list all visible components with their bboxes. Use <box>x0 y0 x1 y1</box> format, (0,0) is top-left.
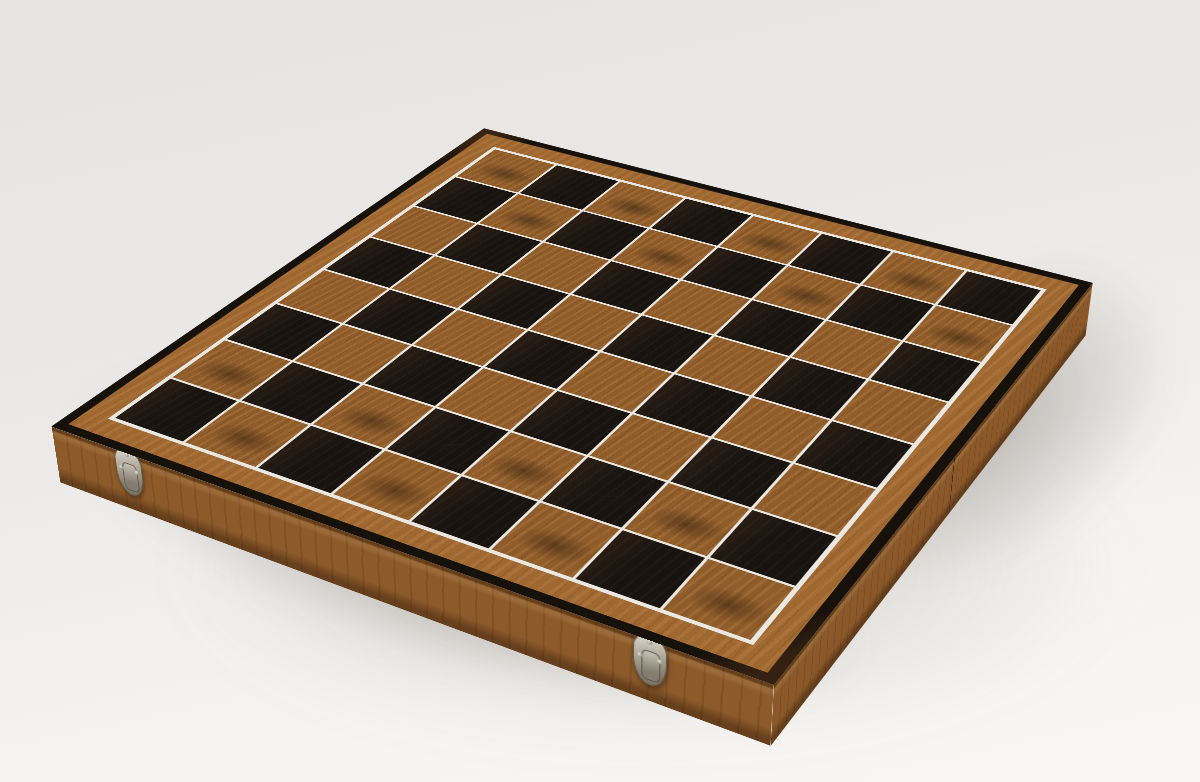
clasp-screw <box>124 452 129 458</box>
piece-contact-shadow <box>644 503 737 550</box>
piece-contact-shadow <box>204 419 292 461</box>
clasp-screw <box>647 638 652 645</box>
square-e4 <box>558 352 672 412</box>
white-queen-glyph: ♛ <box>336 455 449 491</box>
white-bishop-glyph: ♝ <box>268 435 366 465</box>
red-pawn-glyph: ♟ <box>500 207 552 221</box>
white-pawn-glyph: ♟ <box>571 479 629 498</box>
white-pawn-glyph: ♟ <box>492 453 549 472</box>
piece-contact-shadow <box>405 426 493 469</box>
piece-contact-shadow <box>512 523 606 572</box>
red-pawn-glyph: ♟ <box>436 190 488 204</box>
red-pawn-glyph: ♟ <box>774 281 831 297</box>
red-pawn-glyph: ♟ <box>923 321 984 338</box>
red-pawn-glyph: ♟ <box>847 301 906 317</box>
white-rook-glyph: ♜ <box>678 574 769 606</box>
clasp-lever <box>641 648 660 684</box>
box-fold-seam <box>948 456 955 514</box>
white-knight-glyph: ♞ <box>205 416 283 439</box>
red-pawn-glyph: ♟ <box>634 243 688 258</box>
red-knight-glyph: ♞ <box>870 261 948 282</box>
board-playfield: ♜♞♝♛♚♝♞♜♟♟♟♟♟♟♟♟♟♟♟♟♟♟♟♟♜♞♝♛♚♝♞♜ <box>108 147 1047 645</box>
photo-scene: ♜♞♝♛♚♝♞♜♟♟♟♟♟♟♟♟♟♟♟♟♟♟♟♟♜♞♝♛♚♝♞♜ <box>0 0 1200 782</box>
white-rook-glyph: ♜ <box>131 390 217 415</box>
white-pawn-glyph: ♟ <box>738 533 800 554</box>
clasp-lever <box>122 461 140 494</box>
square-g5 <box>754 358 866 419</box>
red-pawn-glyph: ♟ <box>566 225 619 239</box>
white-bishop-glyph: ♝ <box>502 513 601 547</box>
piece-contact-shadow <box>596 551 692 602</box>
piece-contact-shadow <box>352 469 443 514</box>
red-pawn-glyph: ♟ <box>703 262 758 277</box>
piece-contact-shadow <box>683 580 781 633</box>
white-knight-glyph: ♞ <box>597 548 677 576</box>
white-pawn-glyph: ♟ <box>415 428 472 446</box>
square-e2: ♟ <box>463 432 585 500</box>
piece-contact-shadow <box>331 402 418 443</box>
white-king-glyph: ♚ <box>408 477 533 518</box>
board-top-face: ♜♞♝♛♚♝♞♜♟♟♟♟♟♟♟♟♟♟♟♟♟♟♟♟♜♞♝♛♚♝♞♜ <box>52 128 1093 684</box>
square-b2: ♟ <box>241 362 360 423</box>
square-g2: ♟ <box>625 483 750 556</box>
red-rook-glyph: ♜ <box>946 282 1022 302</box>
piece-contact-shadow <box>729 530 824 579</box>
perspective-wrapper: ♜♞♝♛♚♝♞♜♟♟♟♟♟♟♟♟♟♟♟♟♟♟♟♟♜♞♝♛♚♝♞♜ <box>0 0 1200 782</box>
piece-contact-shadow <box>430 495 523 542</box>
piece-contact-shadow <box>482 450 572 494</box>
white-pawn-glyph: ♟ <box>653 506 713 526</box>
chess-box: ♜♞♝♛♚♝♞♜♟♟♟♟♟♟♟♟♟♟♟♟♟♟♟♟♜♞♝♛♚♝♞♜ <box>52 128 1093 684</box>
red-rook-glyph: ♜ <box>470 158 535 175</box>
